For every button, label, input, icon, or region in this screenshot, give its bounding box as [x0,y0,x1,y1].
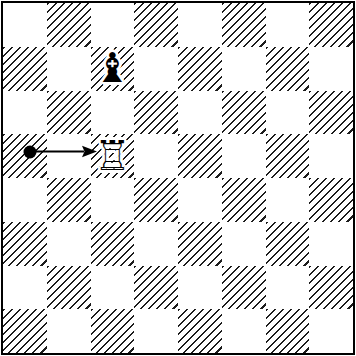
square-c3[interactable] [91,222,135,266]
square-e8[interactable] [178,3,222,47]
square-e7[interactable] [178,47,222,91]
square-h8[interactable] [309,3,353,47]
square-e2[interactable] [178,266,222,310]
square-b4[interactable] [47,178,91,222]
square-h4[interactable] [309,178,353,222]
square-e4[interactable] [178,178,222,222]
square-d5[interactable] [134,134,178,178]
square-f7[interactable] [222,47,266,91]
square-c4[interactable] [91,178,135,222]
square-f1[interactable] [222,309,266,353]
square-g8[interactable] [266,3,310,47]
white-rook[interactable]: ♖ [91,134,135,178]
square-f5[interactable] [222,134,266,178]
square-g4[interactable] [266,178,310,222]
square-c1[interactable] [91,309,135,353]
square-c6[interactable] [91,91,135,135]
square-d2[interactable] [134,266,178,310]
square-g6[interactable] [266,91,310,135]
square-a5[interactable] [3,134,47,178]
square-b2[interactable] [47,266,91,310]
black-bishop[interactable]: ♝ [91,47,135,91]
square-g3[interactable] [266,222,310,266]
square-a8[interactable] [3,3,47,47]
square-a6[interactable] [3,91,47,135]
square-b3[interactable] [47,222,91,266]
square-e1[interactable] [178,309,222,353]
square-h1[interactable] [309,309,353,353]
square-a1[interactable] [3,309,47,353]
square-d7[interactable] [134,47,178,91]
square-d1[interactable] [134,309,178,353]
square-e3[interactable] [178,222,222,266]
square-a4[interactable] [3,178,47,222]
square-g7[interactable] [266,47,310,91]
square-d3[interactable] [134,222,178,266]
square-c2[interactable] [91,266,135,310]
square-e6[interactable] [178,91,222,135]
square-c7[interactable]: ♝ [91,47,135,91]
square-d4[interactable] [134,178,178,222]
chess-diagram: ♝♖ [0,0,356,356]
square-d6[interactable] [134,91,178,135]
square-b8[interactable] [47,3,91,47]
square-a3[interactable] [3,222,47,266]
square-g1[interactable] [266,309,310,353]
square-h2[interactable] [309,266,353,310]
square-b6[interactable] [47,91,91,135]
chess-board: ♝♖ [1,1,355,355]
square-a7[interactable] [3,47,47,91]
square-g2[interactable] [266,266,310,310]
square-c8[interactable] [91,3,135,47]
square-f3[interactable] [222,222,266,266]
square-b5[interactable] [47,134,91,178]
square-d8[interactable] [134,3,178,47]
square-h3[interactable] [309,222,353,266]
square-f2[interactable] [222,266,266,310]
square-a2[interactable] [3,266,47,310]
square-h5[interactable] [309,134,353,178]
square-f4[interactable] [222,178,266,222]
square-f8[interactable] [222,3,266,47]
square-f6[interactable] [222,91,266,135]
square-h6[interactable] [309,91,353,135]
square-c5[interactable]: ♖ [91,134,135,178]
square-b1[interactable] [47,309,91,353]
square-g5[interactable] [266,134,310,178]
square-e5[interactable] [178,134,222,178]
square-b7[interactable] [47,47,91,91]
square-h7[interactable] [309,47,353,91]
